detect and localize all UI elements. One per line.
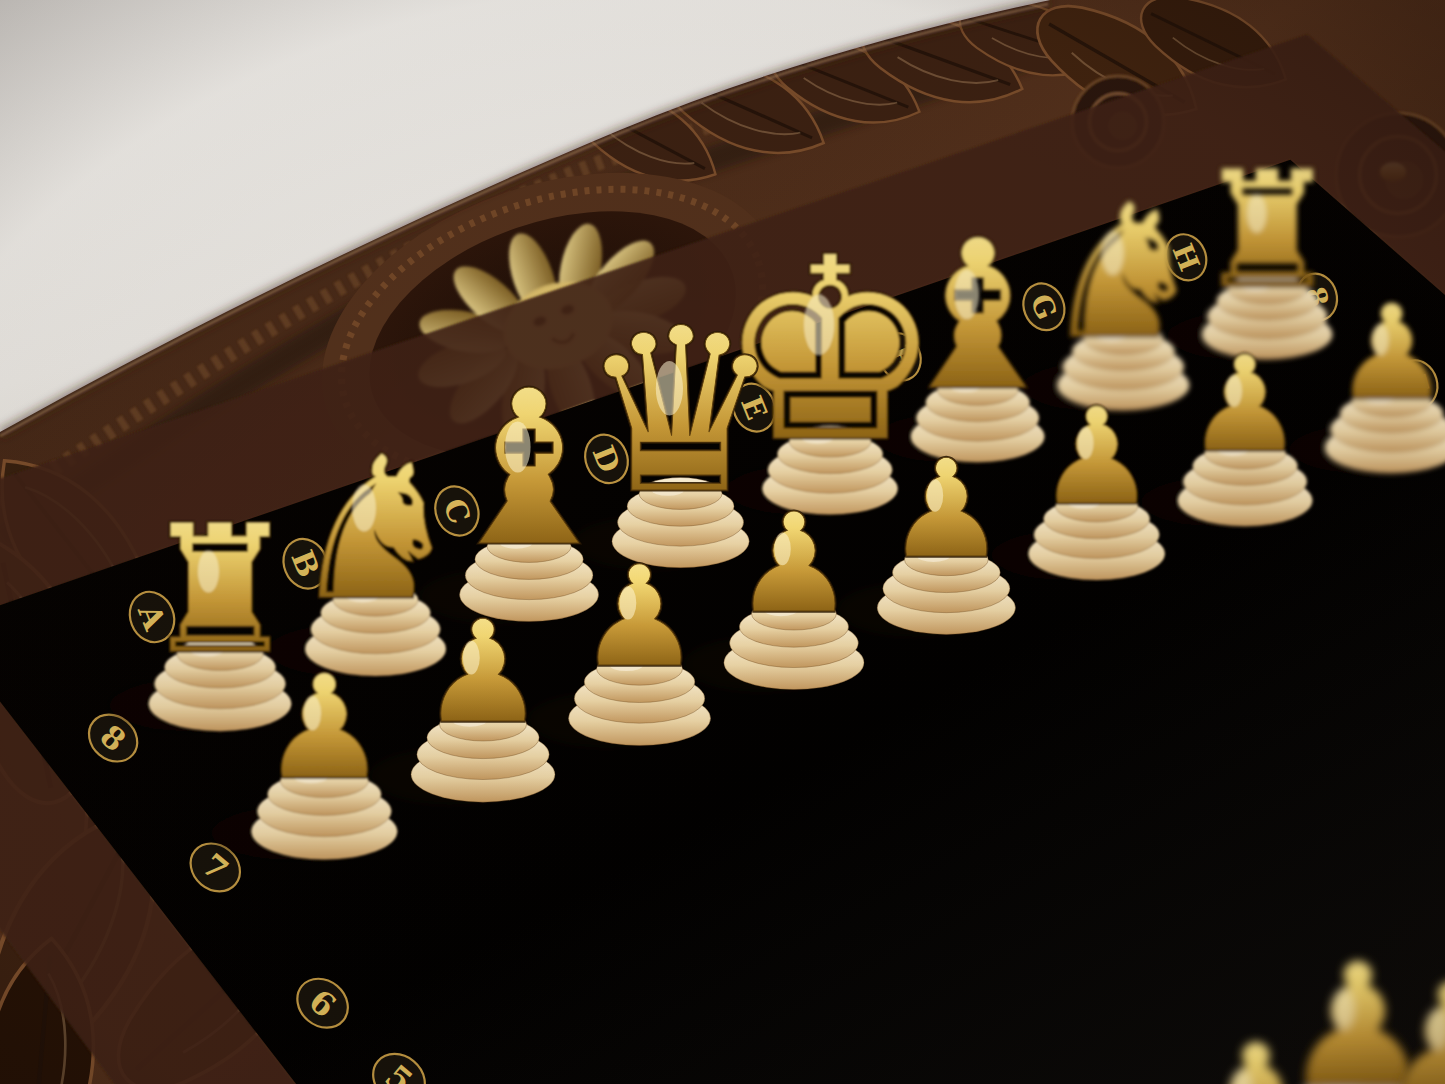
brass-glint xyxy=(955,270,980,319)
pawn-glyph: ♟ xyxy=(733,484,856,643)
pawn-glyph: ♟ xyxy=(1186,328,1304,481)
brass-glint xyxy=(774,532,790,565)
brass-glint xyxy=(198,550,219,592)
pawn-glyph: ♟ xyxy=(577,536,701,698)
pawn-glyph: ♟ xyxy=(1037,379,1157,534)
brass-glint xyxy=(1247,194,1266,233)
pawn-glyph: ♟ xyxy=(886,431,1007,588)
brass-glint xyxy=(804,295,834,355)
rook-glyph: ♜ xyxy=(1195,137,1339,324)
pawn-glyph: ♟ xyxy=(1181,1009,1332,1084)
brass-glint xyxy=(463,641,480,675)
chess-board-photo: ABCDEFGH876587 ♜♜♞♞♝♝♟♟♚♚♟♟♛♛♟♟♝♝♟♟♞♞♟♟♜… xyxy=(0,0,1445,1084)
brass-glint xyxy=(927,479,943,511)
brass-glint xyxy=(1226,375,1242,407)
brass-glint xyxy=(656,361,683,415)
pawn-glyph: ♟ xyxy=(420,590,546,754)
pawn-glyph: ♟ xyxy=(1333,277,1445,429)
brass-glint xyxy=(1078,427,1094,459)
brass-glint xyxy=(352,484,376,531)
brass-glint xyxy=(1373,324,1389,355)
pawn-glyph: ♟ xyxy=(260,645,388,811)
board-scene: ABCDEFGH876587 ♜♜♞♞♝♝♟♟♚♚♟♟♛♛♟♟♝♝♟♟♞♞♟♟♜… xyxy=(0,0,1445,1084)
brass-glint xyxy=(1333,988,1354,1029)
brass-glint xyxy=(1102,231,1124,275)
brass-glint xyxy=(505,421,531,472)
brass-glint xyxy=(620,586,637,619)
brass-glint xyxy=(304,696,321,730)
